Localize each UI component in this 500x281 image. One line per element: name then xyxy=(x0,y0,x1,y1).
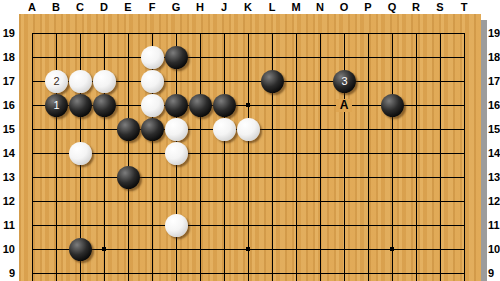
grid-vline-T xyxy=(464,33,465,281)
stone-white-d17 xyxy=(93,70,116,93)
row-label-right-16: 16 xyxy=(488,98,500,112)
row-label-left-17: 17 xyxy=(0,74,15,88)
stone-black-j16 xyxy=(213,94,236,117)
row-label-right-15: 15 xyxy=(488,122,500,136)
col-label-O: O xyxy=(336,1,352,14)
stone-black-c16 xyxy=(69,94,92,117)
col-label-A: A xyxy=(24,1,40,14)
stone-white-g14 xyxy=(165,142,188,165)
grid-vline-J xyxy=(224,33,225,281)
stone-black-g18 xyxy=(165,46,188,69)
grid-vline-E xyxy=(128,33,129,281)
annotation-a-o16: A xyxy=(336,99,352,112)
stone-white-f18 xyxy=(141,46,164,69)
row-label-left-10: 10 xyxy=(0,242,15,256)
grid-vline-N xyxy=(320,33,321,281)
col-label-M: M xyxy=(288,1,304,14)
col-label-L: L xyxy=(264,1,280,14)
col-label-C: C xyxy=(72,1,88,14)
star-point-d10 xyxy=(102,247,106,251)
grid-vline-H xyxy=(200,33,201,281)
star-point-k16 xyxy=(246,103,250,107)
stone-white-j15 xyxy=(213,118,236,141)
row-label-left-19: 19 xyxy=(0,26,15,40)
row-label-right-9: 9 xyxy=(488,266,500,280)
stone-white-c14 xyxy=(69,142,92,165)
stone-black-g16 xyxy=(165,94,188,117)
row-label-right-13: 13 xyxy=(488,170,500,184)
row-label-left-11: 11 xyxy=(0,218,15,232)
stone-black-h16 xyxy=(189,94,212,117)
grid-vline-S xyxy=(440,33,441,281)
stone-white-g15 xyxy=(165,118,188,141)
grid-vline-A xyxy=(32,33,33,281)
stone-black-f15 xyxy=(141,118,164,141)
grid-vline-Q xyxy=(392,33,393,281)
stone-black-d16 xyxy=(93,94,116,117)
stone-black-o17: 3 xyxy=(333,70,356,93)
grid-vline-K xyxy=(248,33,249,281)
col-label-P: P xyxy=(360,1,376,14)
row-label-right-18: 18 xyxy=(488,50,500,64)
go-app-window: ABCDEFGHJKLMNOPQRST 19181716151413121110… xyxy=(0,0,500,281)
star-point-q10 xyxy=(390,247,394,251)
col-label-R: R xyxy=(408,1,424,14)
col-label-T: T xyxy=(456,1,472,14)
row-label-right-10: 10 xyxy=(488,242,500,256)
row-label-left-14: 14 xyxy=(0,146,15,160)
grid-vline-M xyxy=(296,33,297,281)
stone-black-b16: 1 xyxy=(45,94,68,117)
stone-black-e15 xyxy=(117,118,140,141)
col-label-N: N xyxy=(312,1,328,14)
row-label-right-19: 19 xyxy=(488,26,500,40)
grid-vline-R xyxy=(416,33,417,281)
col-label-J: J xyxy=(216,1,232,14)
star-point-k10 xyxy=(246,247,250,251)
board-shadow xyxy=(481,20,487,281)
row-label-right-12: 12 xyxy=(488,194,500,208)
row-label-right-11: 11 xyxy=(488,218,500,232)
stone-white-f17 xyxy=(141,70,164,93)
row-label-left-12: 12 xyxy=(0,194,15,208)
stone-black-q16 xyxy=(381,94,404,117)
go-board[interactable]: 231A xyxy=(19,14,481,281)
stone-white-k15 xyxy=(237,118,260,141)
row-label-right-14: 14 xyxy=(488,146,500,160)
col-label-B: B xyxy=(48,1,64,14)
row-label-left-16: 16 xyxy=(0,98,15,112)
stone-black-c10 xyxy=(69,238,92,261)
col-label-K: K xyxy=(240,1,256,14)
stone-white-b17: 2 xyxy=(45,70,68,93)
stone-white-g11 xyxy=(165,214,188,237)
col-label-D: D xyxy=(96,1,112,14)
col-label-G: G xyxy=(168,1,184,14)
col-label-H: H xyxy=(192,1,208,14)
col-label-Q: Q xyxy=(384,1,400,14)
stone-black-e13 xyxy=(117,166,140,189)
row-label-left-9: 9 xyxy=(0,266,15,280)
col-label-E: E xyxy=(120,1,136,14)
stone-white-f16 xyxy=(141,94,164,117)
row-label-left-18: 18 xyxy=(0,50,15,64)
row-label-left-13: 13 xyxy=(0,170,15,184)
col-label-S: S xyxy=(432,1,448,14)
col-label-F: F xyxy=(144,1,160,14)
stone-white-c17 xyxy=(69,70,92,93)
row-label-left-15: 15 xyxy=(0,122,15,136)
grid-vline-P xyxy=(368,33,369,281)
row-label-right-17: 17 xyxy=(488,74,500,88)
stone-black-l17 xyxy=(261,70,284,93)
